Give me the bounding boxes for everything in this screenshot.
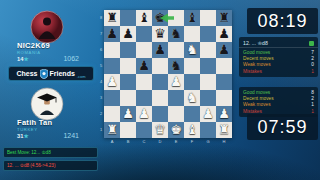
square-e7[interactable]: ♞	[168, 26, 184, 42]
square-a4[interactable]: ♟	[104, 74, 120, 90]
square-f8[interactable]: ♝	[184, 10, 200, 26]
piece-white-pawn[interactable]: ♟	[200, 106, 216, 122]
square-d6[interactable]: ♟	[152, 42, 168, 58]
chessfriends-logo: Chess Friends .com	[8, 66, 94, 81]
bottom-player-rating: 1241	[63, 132, 79, 139]
square-d5[interactable]	[152, 58, 168, 74]
avatar-bottom-player	[30, 87, 64, 121]
square-h6[interactable]: ♟	[216, 42, 232, 58]
top-player-name: NIC2K69	[17, 41, 50, 50]
square-c8[interactable]: ♝	[136, 10, 152, 26]
file-label-H: H	[216, 139, 232, 144]
square-g1[interactable]	[200, 122, 216, 138]
bottom-player-medals: 31★	[17, 133, 29, 139]
rank-label-6: 6	[99, 42, 103, 58]
square-c5[interactable]: ♟	[136, 58, 152, 74]
star-icon: ★	[23, 56, 28, 62]
square-f3[interactable]: ♞	[184, 90, 200, 106]
square-e1[interactable]: ♚	[168, 122, 184, 138]
square-f2[interactable]	[184, 106, 200, 122]
bottom-player-medal-row: 31★ 1241	[17, 132, 79, 139]
piece-white-bishop[interactable]: ♝	[184, 122, 200, 138]
square-c3[interactable]	[136, 90, 152, 106]
square-g5[interactable]	[200, 58, 216, 74]
square-h3[interactable]	[216, 90, 232, 106]
piece-black-king[interactable]: ♚	[152, 10, 168, 26]
piece-black-pawn[interactable]: ♟	[216, 42, 232, 58]
piece-black-knight[interactable]: ♞	[168, 26, 184, 42]
piece-black-pawn[interactable]: ♟	[104, 26, 120, 42]
square-c6[interactable]	[136, 42, 152, 58]
logo-word-chess: Chess	[17, 70, 38, 77]
top-player-clock: 08:19	[247, 8, 318, 34]
square-b1[interactable]	[120, 122, 136, 138]
square-f4[interactable]	[184, 74, 200, 90]
played-move-evaluation: 12. ... ♔d8 (4.56->4.23)	[3, 160, 98, 171]
square-h4[interactable]	[216, 74, 232, 90]
last-move-header: 12. ... ♔d8	[239, 39, 318, 48]
square-g6[interactable]	[200, 42, 216, 58]
square-h8[interactable]: ♜	[216, 10, 232, 26]
top-player-move-quality-panel: 12. ... ♔d8 Good moves7Decent moves2Weak…	[239, 37, 318, 77]
top-player-rating: 1062	[63, 55, 79, 62]
piece-white-queen[interactable]: ♛	[152, 122, 168, 138]
piece-white-knight[interactable]: ♞	[184, 42, 200, 58]
file-label-D: D	[152, 139, 168, 144]
square-e4[interactable]: ♟	[168, 74, 184, 90]
chess-board: ♜♝♚♝♜♟♟♛♞♟♟♞♟♟♞♟♟♞♟♟♟♟♜♛♚♝♜	[104, 10, 232, 138]
file-label-A: A	[104, 139, 120, 144]
square-c2[interactable]: ♟	[136, 106, 152, 122]
rank-label-3: 3	[99, 90, 103, 106]
square-b6[interactable]	[120, 42, 136, 58]
rank-label-7: 7	[99, 26, 103, 42]
piece-white-pawn[interactable]: ♟	[168, 74, 184, 90]
square-a1[interactable]: ♜	[104, 122, 120, 138]
piece-black-pawn[interactable]: ♟	[216, 26, 232, 42]
piece-white-pawn[interactable]: ♟	[136, 106, 152, 122]
bottom-player-name: Fatih Tan	[17, 118, 52, 127]
piece-black-pawn[interactable]: ♟	[120, 26, 136, 42]
bottom-player-move-quality-panel: Good moves8Decent moves2Weak moves1Mista…	[239, 87, 318, 117]
square-g4[interactable]	[200, 74, 216, 90]
top-player-medal-row: 14★ 1062	[17, 55, 79, 62]
square-b7[interactable]: ♟	[120, 26, 136, 42]
piece-black-queen[interactable]: ♛	[152, 26, 168, 42]
file-label-B: B	[120, 139, 136, 144]
square-f6[interactable]: ♞	[184, 42, 200, 58]
top-player-medals: 14★	[17, 56, 29, 62]
rank-label-2: 2	[99, 106, 103, 122]
logo-word-friends: Friends	[50, 70, 75, 77]
rank-labels: 87654321	[99, 10, 103, 138]
square-g7[interactable]	[200, 26, 216, 42]
bottom-player-clock: 07:59	[247, 114, 318, 140]
rank-label-1: 1	[99, 122, 103, 138]
square-a8[interactable]: ♜	[104, 10, 120, 26]
square-c7[interactable]	[136, 26, 152, 42]
stat-row-mistakes: Mistakes1	[239, 68, 318, 74]
piece-white-king[interactable]: ♚	[168, 122, 184, 138]
square-e8[interactable]	[168, 10, 184, 26]
square-b8[interactable]	[120, 10, 136, 26]
square-b2[interactable]: ♟	[120, 106, 136, 122]
square-f1[interactable]: ♝	[184, 122, 200, 138]
square-h5[interactable]	[216, 58, 232, 74]
square-d2[interactable]	[152, 106, 168, 122]
square-d7[interactable]: ♛	[152, 26, 168, 42]
square-a2[interactable]	[104, 106, 120, 122]
square-g3[interactable]	[200, 90, 216, 106]
square-e5[interactable]: ♞	[168, 58, 184, 74]
piece-white-rook[interactable]: ♜	[216, 122, 232, 138]
square-c1[interactable]	[136, 122, 152, 138]
piece-white-pawn[interactable]: ♟	[120, 106, 136, 122]
square-h2[interactable]: ♟	[216, 106, 232, 122]
square-d4[interactable]	[152, 74, 168, 90]
square-a5[interactable]	[104, 58, 120, 74]
square-d1[interactable]: ♛	[152, 122, 168, 138]
piece-black-bishop[interactable]: ♝	[184, 10, 200, 26]
file-label-C: C	[136, 139, 152, 144]
square-a3[interactable]	[104, 90, 120, 106]
piece-white-pawn[interactable]: ♟	[104, 74, 120, 90]
file-label-E: E	[168, 139, 184, 144]
file-label-G: G	[200, 139, 216, 144]
square-d8[interactable]: ♚	[152, 10, 168, 26]
square-d3[interactable]	[152, 90, 168, 106]
square-h1[interactable]: ♜	[216, 122, 232, 138]
square-a7[interactable]: ♟	[104, 26, 120, 42]
file-labels: ABCDEFGH	[104, 139, 232, 144]
square-b4[interactable]	[120, 74, 136, 90]
piece-black-knight[interactable]: ♞	[168, 58, 184, 74]
piece-black-pawn[interactable]: ♟	[152, 42, 168, 58]
shield-icon	[40, 69, 48, 79]
square-c4[interactable]	[136, 74, 152, 90]
square-b5[interactable]	[120, 58, 136, 74]
square-b3[interactable]	[120, 90, 136, 106]
video-frame: NIC2K69 ROMANIA 14★ 1062 Chess Friends .…	[0, 0, 320, 180]
piece-black-rook[interactable]: ♜	[104, 10, 120, 26]
piece-white-pawn[interactable]: ♟	[216, 106, 232, 122]
piece-white-knight[interactable]: ♞	[184, 90, 200, 106]
piece-black-rook[interactable]: ♜	[216, 10, 232, 26]
best-move-message: Best Move: 12... ♔d8	[3, 147, 98, 158]
piece-white-rook[interactable]: ♜	[104, 122, 120, 138]
square-e6[interactable]	[168, 42, 184, 58]
star-icon: ★	[23, 133, 28, 139]
square-h7[interactable]: ♟	[216, 26, 232, 42]
piece-black-pawn[interactable]: ♟	[136, 58, 152, 74]
logo-tld: .com	[77, 74, 86, 79]
square-a6[interactable]	[104, 42, 120, 58]
avatar-top-player	[30, 10, 64, 44]
square-g2[interactable]: ♟	[200, 106, 216, 122]
square-g8[interactable]	[200, 10, 216, 26]
square-f5[interactable]	[184, 58, 200, 74]
file-label-F: F	[184, 139, 200, 144]
square-f7[interactable]	[184, 26, 200, 42]
piece-black-bishop[interactable]: ♝	[136, 10, 152, 26]
square-e3[interactable]	[168, 90, 184, 106]
move-quality-badge-icon	[309, 41, 314, 46]
rank-label-4: 4	[99, 74, 103, 90]
last-move-text: 12. ... ♔d8	[243, 40, 268, 46]
rank-label-5: 5	[99, 58, 103, 74]
rank-label-8: 8	[99, 10, 103, 26]
square-e2[interactable]	[168, 106, 184, 122]
